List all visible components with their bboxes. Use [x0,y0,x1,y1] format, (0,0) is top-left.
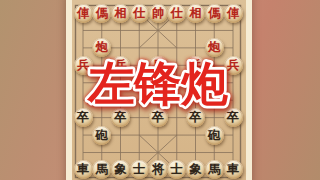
video-frame: 俥傌相仕帥仕相傌俥炮炮兵兵兵兵兵卒卒卒卒卒砲砲車馬象士将士象馬車 左锋炮 [0,0,320,180]
piece-glyph: 馬 [96,160,108,179]
piece-glyph: 車 [227,160,239,179]
piece-glyph: 砲 [96,125,108,144]
piece-glyph: 仕 [171,3,183,22]
title-overlay: 左锋炮 [0,44,320,116]
piece-glyph: 車 [77,160,89,179]
opening-title-text: 左锋炮 [86,56,228,111]
piece-black-cannon[interactable]: 砲 [205,126,224,145]
piece-glyph: 傌 [208,3,220,22]
piece-red-elephant[interactable]: 相 [111,4,130,23]
piece-red-advisor[interactable]: 仕 [167,4,186,23]
piece-red-chariot[interactable]: 俥 [224,4,243,23]
piece-glyph: 相 [190,3,202,22]
piece-glyph: 士 [133,160,145,179]
piece-black-general[interactable]: 将 [149,160,168,179]
piece-glyph: 士 [171,160,183,179]
piece-glyph: 象 [190,160,202,179]
piece-red-general[interactable]: 帥 [149,4,168,23]
piece-black-chariot[interactable]: 車 [74,160,93,179]
piece-glyph: 傌 [96,3,108,22]
piece-glyph: 将 [152,160,164,179]
piece-red-advisor[interactable]: 仕 [130,4,149,23]
piece-glyph: 砲 [208,125,220,144]
piece-glyph: 仕 [133,3,145,22]
piece-glyph: 帥 [152,3,164,22]
piece-red-horse[interactable]: 傌 [92,4,111,23]
piece-red-horse[interactable]: 傌 [205,4,224,23]
piece-glyph: 相 [115,3,127,22]
piece-glyph: 象 [115,160,127,179]
piece-glyph: 馬 [208,160,220,179]
piece-glyph: 俥 [77,3,89,22]
piece-black-cannon[interactable]: 砲 [92,126,111,145]
piece-glyph: 俥 [227,3,239,22]
piece-red-elephant[interactable]: 相 [186,4,205,23]
piece-red-chariot[interactable]: 俥 [74,4,93,23]
piece-black-chariot[interactable]: 車 [224,160,243,179]
